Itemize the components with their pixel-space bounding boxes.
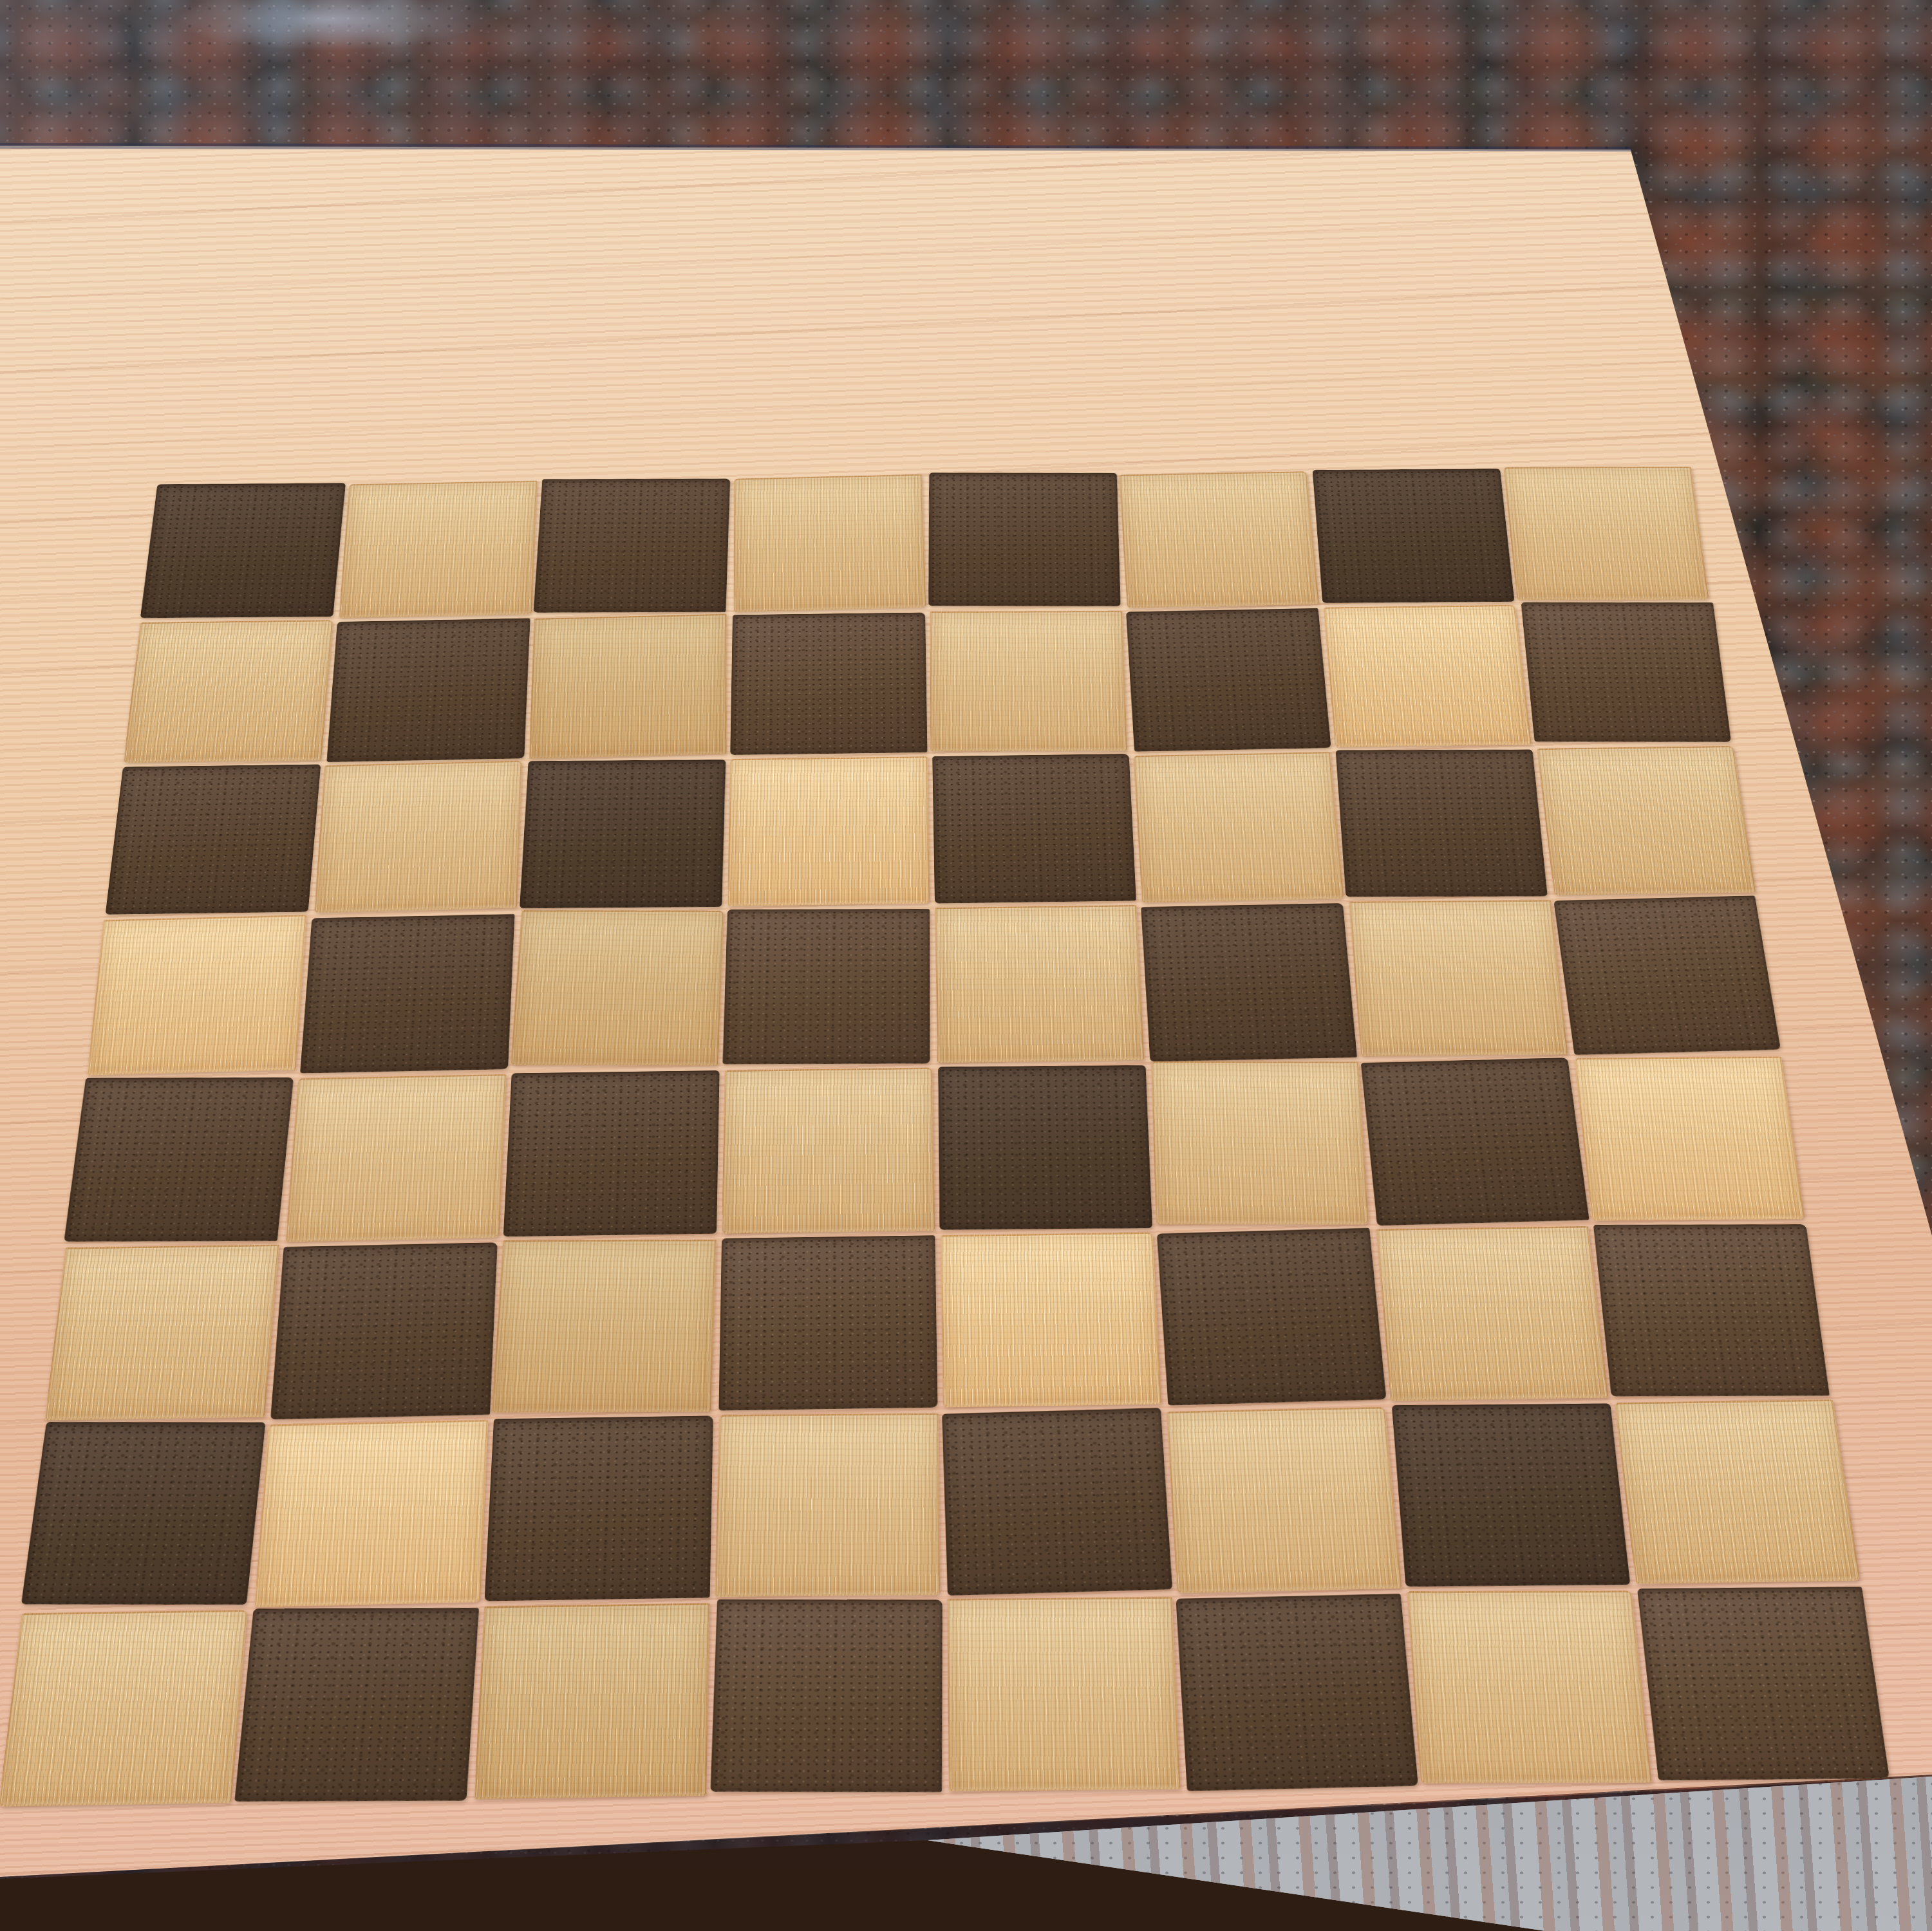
square-d1-dark-bread — [710, 1600, 942, 1793]
square-h7-dark-bread — [1521, 602, 1731, 742]
square-d3-dark-bread — [718, 1235, 937, 1410]
square-c2-dark-bread — [485, 1415, 713, 1601]
square-a1-light-cracker — [0, 1610, 247, 1807]
square-c1-light-cracker — [474, 1603, 709, 1799]
square-h1-dark-bread — [1637, 1587, 1890, 1780]
square-a4-dark-bread — [64, 1077, 294, 1241]
square-f4-light-cracker — [1151, 1061, 1369, 1224]
square-h2-light-cracker — [1615, 1399, 1860, 1584]
square-f2-light-cracker — [1167, 1407, 1402, 1594]
square-d5-dark-bread — [722, 909, 930, 1065]
square-b8-light-cracker — [339, 481, 537, 618]
square-b5-dark-bread — [300, 914, 514, 1074]
square-d7-dark-bread — [730, 613, 927, 755]
square-b2-light-cracker — [254, 1420, 488, 1607]
square-a5-light-cracker — [88, 915, 306, 1076]
square-g4-dark-bread — [1360, 1058, 1589, 1226]
square-h4-light-cracker — [1574, 1056, 1805, 1220]
square-h8-light-cracker — [1504, 467, 1709, 600]
square-c7-light-cracker — [529, 614, 727, 759]
square-h6-light-cracker — [1537, 746, 1756, 895]
square-h5-dark-bread — [1554, 896, 1781, 1056]
square-a6-dark-bread — [106, 765, 321, 915]
square-f5-dark-bread — [1141, 903, 1357, 1062]
square-c8-dark-bread — [534, 479, 731, 613]
square-f8-light-cracker — [1119, 471, 1318, 608]
square-g6-dark-bread — [1335, 750, 1547, 897]
square-f7-dark-bread — [1126, 608, 1331, 752]
square-g5-light-cracker — [1349, 900, 1568, 1056]
square-e4-dark-bread — [938, 1065, 1152, 1230]
checkerboard — [0, 463, 1895, 1811]
square-e6-dark-bread — [932, 754, 1136, 903]
scene — [0, 0, 1932, 1931]
square-a8-dark-bread — [140, 483, 346, 618]
square-c4-dark-bread — [503, 1070, 720, 1236]
square-d6-light-cracker — [727, 756, 930, 906]
square-f3-dark-bread — [1157, 1227, 1386, 1405]
square-b1-dark-bread — [234, 1608, 479, 1802]
square-c6-dark-bread — [520, 760, 726, 908]
square-a3-light-cracker — [45, 1244, 279, 1420]
square-b7-dark-bread — [326, 619, 530, 763]
square-f6-light-cracker — [1133, 752, 1344, 902]
square-d8-light-cracker — [734, 474, 926, 612]
square-c3-light-cracker — [492, 1240, 716, 1413]
square-a7-light-cracker — [124, 620, 333, 763]
square-e2-dark-bread — [942, 1408, 1172, 1596]
square-b6-light-cracker — [314, 761, 522, 913]
square-e7-light-cracker — [930, 611, 1127, 751]
square-e5-light-cracker — [935, 905, 1145, 1063]
square-e8-dark-bread — [928, 472, 1120, 606]
square-d2-light-cracker — [715, 1413, 939, 1597]
checkerboard-perspective-wrap — [0, 463, 1895, 1811]
square-g1-light-cracker — [1407, 1591, 1651, 1784]
square-e3-light-cracker — [940, 1232, 1161, 1407]
square-g2-dark-bread — [1392, 1403, 1630, 1587]
square-g3-light-cracker — [1376, 1226, 1608, 1401]
square-b3-dark-bread — [270, 1242, 497, 1419]
square-c5-light-cracker — [511, 911, 724, 1066]
square-h3-dark-bread — [1593, 1224, 1830, 1397]
square-b4-light-cracker — [285, 1074, 505, 1242]
square-d4-light-cracker — [722, 1067, 935, 1233]
square-f1-dark-bread — [1176, 1594, 1418, 1791]
square-g7-light-cracker — [1324, 605, 1532, 747]
square-e1-light-cracker — [947, 1597, 1180, 1791]
square-g8-dark-bread — [1312, 469, 1514, 603]
square-a2-dark-bread — [21, 1422, 265, 1605]
